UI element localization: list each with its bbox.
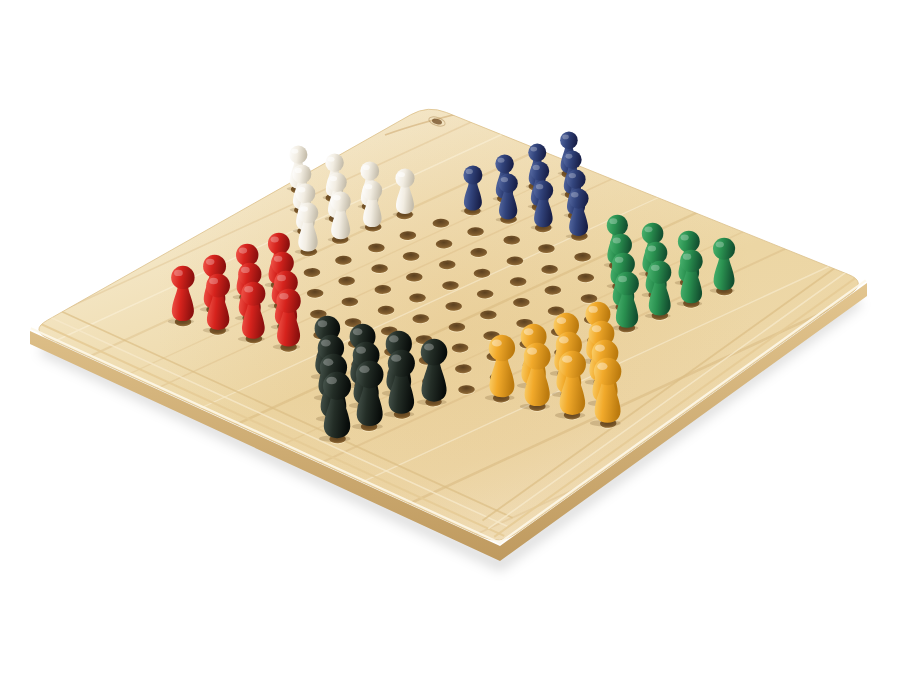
peg-red[interactable] <box>272 288 305 350</box>
peg-blue[interactable] <box>495 173 521 222</box>
peg-black[interactable] <box>351 360 388 430</box>
peg-black[interactable] <box>318 371 356 442</box>
peg-white[interactable] <box>327 191 354 242</box>
board-hole[interactable] <box>341 297 359 307</box>
board-hole[interactable] <box>467 226 485 236</box>
board-hole[interactable] <box>302 267 320 277</box>
board-hole[interactable] <box>509 276 527 286</box>
board-hole[interactable] <box>431 218 449 228</box>
peg-green[interactable] <box>644 260 675 319</box>
board-hole[interactable] <box>444 301 462 311</box>
board-hole[interactable] <box>406 272 424 282</box>
board-hole[interactable] <box>476 289 494 299</box>
board-hole[interactable] <box>441 280 459 290</box>
board-hole[interactable] <box>338 276 356 286</box>
board-hole[interactable] <box>435 239 453 249</box>
peg-green[interactable] <box>709 237 739 293</box>
board-hole[interactable] <box>502 235 520 245</box>
board-hole[interactable] <box>402 251 420 261</box>
peg-yellow[interactable] <box>554 350 591 419</box>
peg-white[interactable] <box>359 180 386 230</box>
board-hole[interactable] <box>576 273 594 283</box>
board-hole[interactable] <box>573 252 591 262</box>
peg-red[interactable] <box>202 273 234 333</box>
board-hole[interactable] <box>457 384 475 394</box>
board-hole[interactable] <box>473 268 491 278</box>
board-hole[interactable] <box>377 305 395 315</box>
peg-white[interactable] <box>294 202 322 255</box>
peg-blue[interactable] <box>530 180 557 230</box>
board-hole[interactable] <box>373 284 391 294</box>
board-hole[interactable] <box>447 322 465 332</box>
peg-black[interactable] <box>416 338 452 406</box>
board-hole[interactable] <box>367 243 385 253</box>
peg-yellow[interactable] <box>484 334 520 401</box>
peg-yellow[interactable] <box>589 357 626 427</box>
chinese-checkers-scene <box>0 0 900 675</box>
board-hole[interactable] <box>370 263 388 273</box>
board-hole[interactable] <box>544 285 562 295</box>
board-hole[interactable] <box>409 293 427 303</box>
board-hole[interactable] <box>480 310 498 320</box>
board-hole[interactable] <box>454 364 472 374</box>
peg-yellow[interactable] <box>519 342 555 410</box>
board-hole[interactable] <box>512 297 530 307</box>
board-hole[interactable] <box>538 243 556 253</box>
board-hole[interactable] <box>399 230 417 240</box>
peg-green[interactable] <box>676 249 707 307</box>
peg-white[interactable] <box>392 168 418 217</box>
board-hole[interactable] <box>438 260 456 270</box>
peg-red[interactable] <box>237 281 270 342</box>
peg-black[interactable] <box>383 349 420 418</box>
board-hole[interactable] <box>335 255 353 265</box>
board-hole[interactable] <box>541 264 559 274</box>
peg-blue[interactable] <box>460 165 486 213</box>
board-hole[interactable] <box>412 313 430 323</box>
board-hole[interactable] <box>306 288 324 298</box>
peg-blue[interactable] <box>565 188 592 239</box>
board-hole[interactable] <box>470 247 488 257</box>
board-hole[interactable] <box>451 343 469 353</box>
peg-red[interactable] <box>167 265 199 325</box>
board-hole[interactable] <box>505 256 523 266</box>
